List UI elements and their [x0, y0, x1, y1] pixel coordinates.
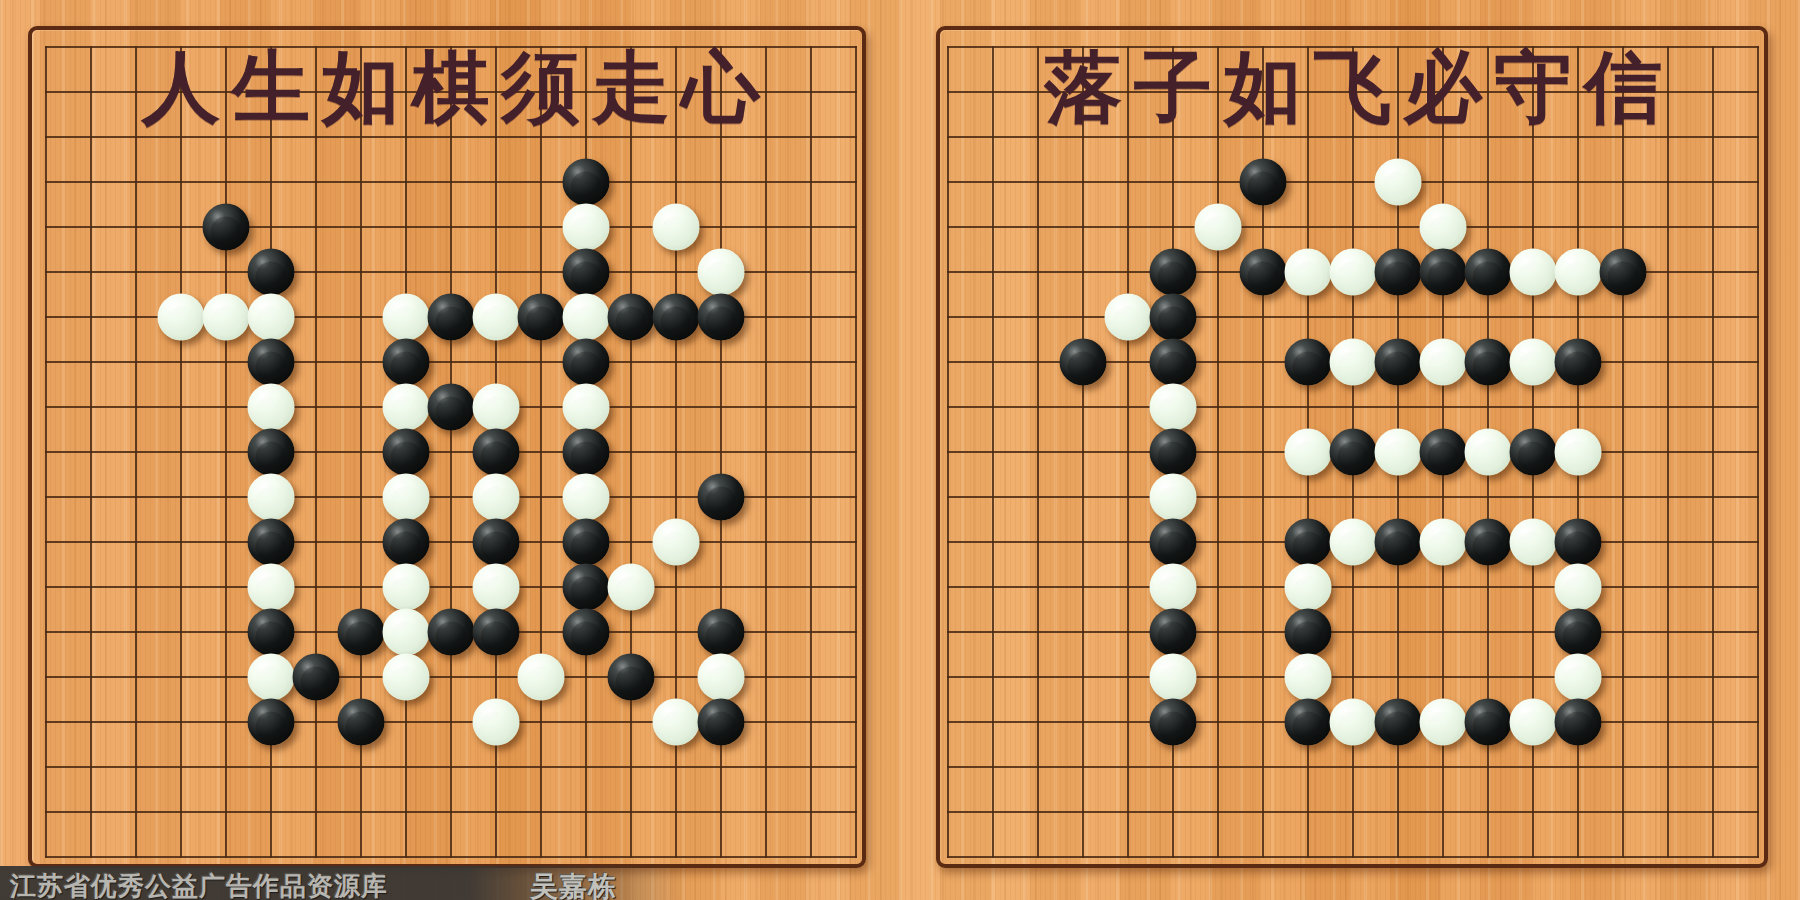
white-stone-glyph: ●: [389, 387, 424, 427]
black-stone-glyph: ●: [1291, 522, 1326, 562]
black-stone-glyph: ●: [1471, 522, 1506, 562]
black-stone: ●: [1330, 429, 1377, 476]
white-stone: ●: [1555, 564, 1602, 611]
black-stone: ●: [473, 519, 520, 566]
black-stone-glyph: ●: [1471, 702, 1506, 742]
black-stone: ●: [698, 294, 745, 341]
white-stone: ●: [563, 474, 610, 521]
white-stone-glyph: ●: [659, 522, 694, 562]
black-stone-glyph: ●: [1156, 252, 1191, 292]
black-stone-glyph: ●: [1291, 612, 1326, 652]
white-stone-glyph: ●: [1561, 657, 1596, 697]
white-stone: ●: [473, 474, 520, 521]
black-stone-glyph: ●: [1291, 342, 1326, 382]
black-stone: ●: [563, 519, 610, 566]
black-stone-glyph: ●: [569, 522, 604, 562]
white-stone-glyph: ●: [1426, 522, 1461, 562]
black-stone-glyph: ●: [704, 297, 739, 337]
white-stone-glyph: ●: [1516, 342, 1551, 382]
black-stone: ●: [1285, 339, 1332, 386]
white-stone: ●: [473, 699, 520, 746]
black-stone-glyph: ●: [1066, 342, 1101, 382]
white-stone-glyph: ●: [389, 477, 424, 517]
black-stone-glyph: ●: [389, 342, 424, 382]
white-stone: ●: [473, 564, 520, 611]
black-stone-glyph: ●: [344, 702, 379, 742]
white-stone: ●: [203, 294, 250, 341]
black-stone: ●: [1555, 519, 1602, 566]
black-stone-glyph: ●: [614, 657, 649, 697]
white-stone-glyph: ●: [479, 567, 514, 607]
white-stone-glyph: ●: [1291, 252, 1326, 292]
white-stone-glyph: ●: [659, 207, 694, 247]
black-stone: ●: [1150, 339, 1197, 386]
white-stone: ●: [1510, 699, 1557, 746]
black-stone-glyph: ●: [1471, 342, 1506, 382]
black-stone-glyph: ●: [254, 702, 289, 742]
white-stone: ●: [248, 384, 295, 431]
black-stone: ●: [383, 519, 430, 566]
white-stone: ●: [248, 564, 295, 611]
white-stone-glyph: ●: [1156, 567, 1191, 607]
black-stone: ●: [383, 429, 430, 476]
black-stone: ●: [563, 159, 610, 206]
black-stone: ●: [248, 339, 295, 386]
black-stone: ●: [428, 609, 475, 656]
black-stone: ●: [1375, 249, 1422, 296]
white-stone-glyph: ●: [704, 252, 739, 292]
black-stone-glyph: ●: [1561, 612, 1596, 652]
white-stone: ●: [1285, 249, 1332, 296]
white-stone: ●: [1330, 699, 1377, 746]
white-stone: ●: [698, 249, 745, 296]
black-stone: ●: [248, 609, 295, 656]
white-stone: ●: [563, 384, 610, 431]
black-stone-glyph: ●: [1516, 432, 1551, 472]
white-stone-glyph: ●: [1516, 252, 1551, 292]
black-stone-glyph: ●: [389, 522, 424, 562]
white-stone: ●: [1510, 339, 1557, 386]
white-stone: ●: [1150, 654, 1197, 701]
black-stone-glyph: ●: [1606, 252, 1641, 292]
white-stone-glyph: ●: [209, 297, 244, 337]
black-stone-glyph: ●: [254, 432, 289, 472]
black-stone-glyph: ●: [479, 432, 514, 472]
white-stone: ●: [1375, 159, 1422, 206]
white-stone: ●: [518, 654, 565, 701]
white-stone-glyph: ●: [254, 657, 289, 697]
black-stone-glyph: ●: [569, 342, 604, 382]
white-stone-glyph: ●: [1561, 252, 1596, 292]
black-stone: ●: [248, 429, 295, 476]
black-stone: ●: [608, 294, 655, 341]
white-stone: ●: [1150, 474, 1197, 521]
white-stone: ●: [1465, 429, 1512, 476]
black-stone: ●: [698, 474, 745, 521]
white-stone-glyph: ●: [569, 387, 604, 427]
black-stone: ●: [1285, 699, 1332, 746]
white-stone: ●: [1420, 204, 1467, 251]
black-stone: ●: [1375, 339, 1422, 386]
black-stone-glyph: ●: [569, 252, 604, 292]
black-stone: ●: [518, 294, 565, 341]
black-stone-glyph: ●: [254, 612, 289, 652]
black-stone-glyph: ●: [254, 522, 289, 562]
black-stone-glyph: ●: [1336, 432, 1371, 472]
black-stone: ●: [428, 384, 475, 431]
white-stone-glyph: ●: [1336, 522, 1371, 562]
white-stone: ●: [1555, 429, 1602, 476]
white-stone-glyph: ●: [1426, 207, 1461, 247]
white-stone: ●: [383, 474, 430, 521]
black-stone-glyph: ●: [434, 387, 469, 427]
black-stone-glyph: ●: [434, 612, 469, 652]
black-stone: ●: [653, 294, 700, 341]
white-stone-glyph: ●: [1156, 477, 1191, 517]
black-stone-glyph: ●: [704, 612, 739, 652]
black-stone-glyph: ●: [479, 612, 514, 652]
black-stone: ●: [1555, 699, 1602, 746]
black-stone: ●: [1150, 249, 1197, 296]
go-stone-art-poster: { "game": "go (weiqi) — public-service p…: [0, 0, 1800, 900]
black-stone: ●: [1285, 609, 1332, 656]
black-stone: ●: [248, 519, 295, 566]
black-stone: ●: [383, 339, 430, 386]
black-stone-glyph: ●: [1381, 342, 1416, 382]
white-stone: ●: [653, 519, 700, 566]
white-stone-glyph: ●: [1156, 387, 1191, 427]
black-stone: ●: [248, 699, 295, 746]
white-stone: ●: [1330, 519, 1377, 566]
white-stone-glyph: ●: [254, 297, 289, 337]
black-stone-glyph: ●: [1561, 342, 1596, 382]
white-stone-glyph: ●: [1336, 342, 1371, 382]
white-stone-glyph: ●: [1291, 657, 1326, 697]
black-stone-glyph: ●: [1156, 522, 1191, 562]
black-stone-glyph: ●: [569, 162, 604, 202]
black-stone-glyph: ●: [569, 567, 604, 607]
black-stone: ●: [473, 609, 520, 656]
white-stone-glyph: ●: [1381, 432, 1416, 472]
black-stone: ●: [338, 609, 385, 656]
white-stone-glyph: ●: [1336, 252, 1371, 292]
white-stone-glyph: ●: [254, 387, 289, 427]
white-stone: ●: [1195, 204, 1242, 251]
white-stone: ●: [563, 204, 610, 251]
white-stone-glyph: ●: [389, 567, 424, 607]
black-stone: ●: [203, 204, 250, 251]
white-stone: ●: [248, 294, 295, 341]
white-stone: ●: [1330, 339, 1377, 386]
black-stone-glyph: ●: [389, 432, 424, 472]
white-stone: ●: [158, 294, 205, 341]
white-stone-glyph: ●: [1426, 702, 1461, 742]
white-stone-glyph: ●: [389, 657, 424, 697]
black-stone-glyph: ●: [1156, 702, 1191, 742]
white-stone: ●: [1420, 339, 1467, 386]
white-stone-glyph: ●: [1381, 162, 1416, 202]
white-stone-glyph: ●: [704, 657, 739, 697]
black-stone: ●: [248, 249, 295, 296]
black-stone: ●: [293, 654, 340, 701]
go-board-right-grid: ●●●●●●●●●●●●●●●●●●●●●●●●●●●●●●●●●●●●●●●●…: [947, 46, 1759, 858]
black-stone-glyph: ●: [569, 432, 604, 472]
black-stone: ●: [1555, 339, 1602, 386]
white-stone: ●: [1555, 249, 1602, 296]
black-stone-glyph: ●: [209, 207, 244, 247]
black-stone-glyph: ●: [1381, 522, 1416, 562]
black-stone: ●: [1285, 519, 1332, 566]
black-stone: ●: [1150, 519, 1197, 566]
black-stone: ●: [1150, 609, 1197, 656]
white-stone: ●: [653, 699, 700, 746]
black-stone: ●: [1420, 429, 1467, 476]
white-stone-glyph: ●: [1561, 432, 1596, 472]
black-stone: ●: [698, 609, 745, 656]
white-stone: ●: [698, 654, 745, 701]
black-stone: ●: [1060, 339, 1107, 386]
footer-author-label: 吴嘉栋: [530, 868, 617, 900]
white-stone-glyph: ●: [1426, 342, 1461, 382]
black-stone: ●: [563, 609, 610, 656]
black-stone-glyph: ●: [1561, 522, 1596, 562]
black-stone: ●: [1465, 249, 1512, 296]
black-stone: ●: [1150, 429, 1197, 476]
black-stone: ●: [1375, 699, 1422, 746]
white-stone: ●: [1105, 294, 1152, 341]
white-stone-glyph: ●: [1516, 702, 1551, 742]
black-stone-glyph: ●: [254, 342, 289, 382]
black-stone: ●: [563, 339, 610, 386]
white-stone: ●: [608, 564, 655, 611]
white-stone-glyph: ●: [479, 297, 514, 337]
black-stone: ●: [1150, 699, 1197, 746]
white-stone: ●: [383, 609, 430, 656]
white-stone-glyph: ●: [389, 612, 424, 652]
white-stone-glyph: ●: [479, 702, 514, 742]
black-stone-glyph: ●: [659, 297, 694, 337]
white-stone: ●: [1510, 249, 1557, 296]
black-stone-glyph: ●: [1561, 702, 1596, 742]
black-stone-glyph: ●: [1246, 252, 1281, 292]
white-stone-glyph: ●: [614, 567, 649, 607]
white-stone: ●: [1285, 564, 1332, 611]
black-stone-glyph: ●: [1471, 252, 1506, 292]
white-stone: ●: [473, 294, 520, 341]
white-stone: ●: [1150, 564, 1197, 611]
go-board-left-grid: ●●●●●●●●●●●●●●●●●●●●●●●●●●●●●●●●●●●●●●●●…: [45, 46, 857, 858]
white-stone: ●: [1285, 429, 1332, 476]
white-stone-glyph: ●: [1471, 432, 1506, 472]
white-stone: ●: [1150, 384, 1197, 431]
black-stone: ●: [1555, 609, 1602, 656]
black-stone-glyph: ●: [1291, 702, 1326, 742]
black-stone: ●: [1465, 519, 1512, 566]
black-stone-glyph: ●: [254, 252, 289, 292]
black-stone-glyph: ●: [569, 612, 604, 652]
white-stone: ●: [248, 474, 295, 521]
white-stone-glyph: ●: [1336, 702, 1371, 742]
black-stone-glyph: ●: [704, 477, 739, 517]
white-stone: ●: [383, 384, 430, 431]
black-stone-glyph: ●: [1156, 432, 1191, 472]
black-stone: ●: [563, 429, 610, 476]
white-stone-glyph: ●: [164, 297, 199, 337]
black-stone: ●: [1465, 339, 1512, 386]
white-stone: ●: [383, 654, 430, 701]
white-stone-glyph: ●: [254, 477, 289, 517]
black-stone-glyph: ●: [299, 657, 334, 697]
black-stone: ●: [1420, 249, 1467, 296]
black-stone-glyph: ●: [1426, 432, 1461, 472]
black-stone-glyph: ●: [479, 522, 514, 562]
white-stone: ●: [1330, 249, 1377, 296]
white-stone-glyph: ●: [254, 567, 289, 607]
black-stone: ●: [473, 429, 520, 476]
white-stone: ●: [1375, 429, 1422, 476]
white-stone: ●: [383, 564, 430, 611]
white-stone-glyph: ●: [1201, 207, 1236, 247]
black-stone-glyph: ●: [1426, 252, 1461, 292]
black-stone-glyph: ●: [524, 297, 559, 337]
black-stone: ●: [1240, 159, 1287, 206]
white-stone-glyph: ●: [569, 297, 604, 337]
white-stone: ●: [383, 294, 430, 341]
black-stone-glyph: ●: [1381, 252, 1416, 292]
black-stone: ●: [428, 294, 475, 341]
black-stone: ●: [1240, 249, 1287, 296]
black-stone: ●: [1600, 249, 1647, 296]
black-stone: ●: [1510, 429, 1557, 476]
white-stone-glyph: ●: [569, 207, 604, 247]
black-stone: ●: [338, 699, 385, 746]
white-stone-glyph: ●: [1291, 567, 1326, 607]
white-stone-glyph: ●: [1291, 432, 1326, 472]
white-stone: ●: [563, 294, 610, 341]
footer-credit-bar: 江苏省优秀公益广告作品资源库 吴嘉栋: [0, 866, 690, 900]
white-stone-glyph: ●: [659, 702, 694, 742]
black-stone: ●: [1150, 294, 1197, 341]
white-stone-glyph: ●: [1156, 657, 1191, 697]
white-stone-glyph: ●: [389, 297, 424, 337]
white-stone: ●: [473, 384, 520, 431]
black-stone: ●: [1465, 699, 1512, 746]
white-stone: ●: [1420, 519, 1467, 566]
go-board-left-frame: ●●●●●●●●●●●●●●●●●●●●●●●●●●●●●●●●●●●●●●●●…: [28, 26, 866, 868]
white-stone-glyph: ●: [1111, 297, 1146, 337]
white-stone-glyph: ●: [479, 477, 514, 517]
footer-source-label: 江苏省优秀公益广告作品资源库: [10, 869, 388, 900]
white-stone: ●: [1510, 519, 1557, 566]
black-stone: ●: [563, 249, 610, 296]
white-stone: ●: [1285, 654, 1332, 701]
white-stone: ●: [248, 654, 295, 701]
white-stone-glyph: ●: [1561, 567, 1596, 607]
white-stone-glyph: ●: [1516, 522, 1551, 562]
black-stone-glyph: ●: [344, 612, 379, 652]
black-stone: ●: [1375, 519, 1422, 566]
white-stone-glyph: ●: [479, 387, 514, 427]
white-stone-glyph: ●: [569, 477, 604, 517]
black-stone-glyph: ●: [614, 297, 649, 337]
white-stone-glyph: ●: [524, 657, 559, 697]
black-stone-glyph: ●: [1156, 612, 1191, 652]
white-stone: ●: [1420, 699, 1467, 746]
black-stone-glyph: ●: [1156, 342, 1191, 382]
black-stone-glyph: ●: [704, 702, 739, 742]
white-stone: ●: [653, 204, 700, 251]
white-stone: ●: [1555, 654, 1602, 701]
black-stone-glyph: ●: [1156, 297, 1191, 337]
go-board-right-frame: ●●●●●●●●●●●●●●●●●●●●●●●●●●●●●●●●●●●●●●●●…: [936, 26, 1768, 868]
black-stone: ●: [563, 564, 610, 611]
black-stone: ●: [608, 654, 655, 701]
black-stone-glyph: ●: [434, 297, 469, 337]
black-stone-glyph: ●: [1381, 702, 1416, 742]
black-stone: ●: [698, 699, 745, 746]
black-stone-glyph: ●: [1246, 162, 1281, 202]
